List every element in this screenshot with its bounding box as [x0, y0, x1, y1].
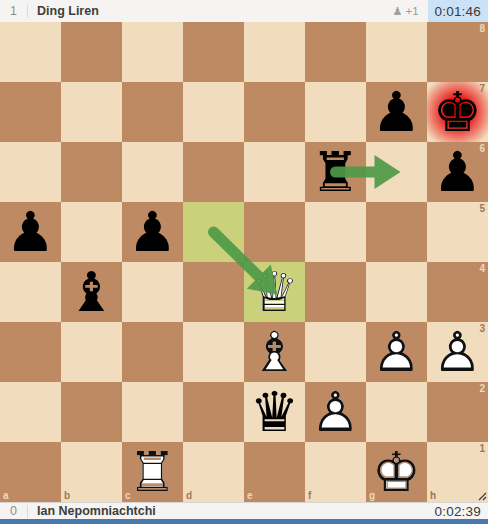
- piece-black-king[interactable]: ♚: [427, 82, 488, 142]
- file-label-f: f: [308, 490, 311, 502]
- top-player-clock: 0:01:46: [428, 0, 488, 22]
- square-d2[interactable]: [183, 382, 244, 442]
- square-b8[interactable]: [61, 22, 122, 82]
- rank-label-2: 2: [479, 383, 485, 395]
- square-h4[interactable]: 4: [427, 262, 488, 322]
- square-d3[interactable]: [183, 322, 244, 382]
- bottom-accent-bar: [0, 519, 488, 524]
- piece-black-pawn[interactable]: ♟: [122, 202, 183, 262]
- piece-white-king[interactable]: ♚♔: [366, 442, 427, 502]
- material-count: +1: [405, 5, 418, 17]
- square-c3[interactable]: [122, 322, 183, 382]
- square-e8[interactable]: [244, 22, 305, 82]
- square-a8[interactable]: [0, 22, 61, 82]
- square-f8[interactable]: [305, 22, 366, 82]
- piece-black-queen[interactable]: ♛: [244, 382, 305, 442]
- square-f2[interactable]: ♟♙: [305, 382, 366, 442]
- square-g1[interactable]: ♚♔g: [366, 442, 427, 502]
- square-b4[interactable]: ♝: [61, 262, 122, 322]
- square-h6[interactable]: ♟6: [427, 142, 488, 202]
- square-d5[interactable]: [183, 202, 244, 262]
- square-a4[interactable]: [0, 262, 61, 322]
- square-a1[interactable]: a: [0, 442, 61, 502]
- piece-white-pawn[interactable]: ♟♙: [427, 322, 488, 382]
- square-e7[interactable]: [244, 82, 305, 142]
- square-e6[interactable]: [244, 142, 305, 202]
- square-b3[interactable]: [61, 322, 122, 382]
- bottom-divider: [27, 505, 28, 518]
- square-e1[interactable]: e: [244, 442, 305, 502]
- square-f7[interactable]: [305, 82, 366, 142]
- piece-black-pawn[interactable]: ♟: [0, 202, 61, 262]
- file-label-e: e: [247, 490, 253, 502]
- square-e2[interactable]: ♛: [244, 382, 305, 442]
- piece-black-pawn[interactable]: ♟: [427, 142, 488, 202]
- square-c6[interactable]: [122, 142, 183, 202]
- board-grid: 8♟♚7♜♟6♟♟5♝♛♕4♝♗♟♙♟♙3♛♟♙2ab♜♖cdef♚♔gh1: [0, 22, 488, 502]
- rank-label-5: 5: [479, 203, 485, 215]
- square-b5[interactable]: [61, 202, 122, 262]
- square-a7[interactable]: [0, 82, 61, 142]
- top-player-name: Ding Liren: [37, 4, 99, 18]
- square-d6[interactable]: [183, 142, 244, 202]
- piece-white-rook[interactable]: ♜♖: [122, 442, 183, 502]
- square-g2[interactable]: [366, 382, 427, 442]
- rank-label-1: 1: [479, 443, 485, 455]
- chess-broadcast-window: 1 Ding Liren ♟ +1 0:01:46 8♟♚7♜♟6♟♟5♝♛♕4…: [0, 0, 488, 524]
- chess-board[interactable]: 8♟♚7♜♟6♟♟5♝♛♕4♝♗♟♙♟♙3♛♟♙2ab♜♖cdef♚♔gh1: [0, 22, 488, 502]
- bottom-player-clock: 0:02:39: [428, 504, 488, 519]
- pawn-icon: ♟: [393, 6, 403, 17]
- square-c7[interactable]: [122, 82, 183, 142]
- square-e3[interactable]: ♝♗: [244, 322, 305, 382]
- square-f6[interactable]: ♜: [305, 142, 366, 202]
- square-h2[interactable]: 2: [427, 382, 488, 442]
- square-f4[interactable]: [305, 262, 366, 322]
- rank-label-4: 4: [479, 263, 485, 275]
- square-h3[interactable]: ♟♙3: [427, 322, 488, 382]
- square-g7[interactable]: ♟: [366, 82, 427, 142]
- square-b1[interactable]: b: [61, 442, 122, 502]
- square-c5[interactable]: ♟: [122, 202, 183, 262]
- square-a6[interactable]: [0, 142, 61, 202]
- rank-label-8: 8: [479, 23, 485, 35]
- top-player-bar: 1 Ding Liren ♟ +1 0:01:46: [0, 0, 488, 22]
- square-c2[interactable]: [122, 382, 183, 442]
- board-resize-handle[interactable]: [476, 490, 487, 501]
- square-g8[interactable]: [366, 22, 427, 82]
- file-label-d: d: [186, 490, 192, 502]
- square-a2[interactable]: [0, 382, 61, 442]
- piece-black-pawn[interactable]: ♟: [366, 82, 427, 142]
- square-g6[interactable]: [366, 142, 427, 202]
- top-divider: [27, 5, 28, 18]
- square-e5[interactable]: [244, 202, 305, 262]
- top-player-score: 1: [0, 4, 27, 18]
- square-d7[interactable]: [183, 82, 244, 142]
- piece-white-queen[interactable]: ♛♕: [244, 262, 305, 322]
- square-c1[interactable]: ♜♖c: [122, 442, 183, 502]
- square-b6[interactable]: [61, 142, 122, 202]
- square-a5[interactable]: ♟: [0, 202, 61, 262]
- square-h7[interactable]: ♚7: [427, 82, 488, 142]
- square-c4[interactable]: [122, 262, 183, 322]
- square-f1[interactable]: f: [305, 442, 366, 502]
- bottom-player-name: Ian Nepomniachtchi: [37, 504, 156, 518]
- square-f5[interactable]: [305, 202, 366, 262]
- square-h5[interactable]: 5: [427, 202, 488, 262]
- piece-white-pawn[interactable]: ♟♙: [305, 382, 366, 442]
- file-label-h: h: [430, 490, 436, 502]
- square-e4[interactable]: ♛♕: [244, 262, 305, 322]
- square-g5[interactable]: [366, 202, 427, 262]
- square-g4[interactable]: [366, 262, 427, 322]
- bottom-player-bar: 0 Ian Nepomniachtchi 0:02:39: [0, 502, 488, 519]
- square-f3[interactable]: [305, 322, 366, 382]
- piece-black-bishop[interactable]: ♝: [61, 262, 122, 322]
- file-label-b: b: [64, 490, 70, 502]
- square-d8[interactable]: [183, 22, 244, 82]
- piece-black-rook[interactable]: ♜: [305, 142, 366, 202]
- bottom-player-score: 0: [0, 504, 27, 518]
- top-material-advantage: ♟ +1: [393, 5, 419, 17]
- square-g3[interactable]: ♟♙: [366, 322, 427, 382]
- square-b7[interactable]: [61, 82, 122, 142]
- square-d4[interactable]: [183, 262, 244, 322]
- square-a3[interactable]: [0, 322, 61, 382]
- square-b2[interactable]: [61, 382, 122, 442]
- square-d1[interactable]: d: [183, 442, 244, 502]
- square-h8[interactable]: 8: [427, 22, 488, 82]
- square-c8[interactable]: [122, 22, 183, 82]
- piece-white-pawn[interactable]: ♟♙: [366, 322, 427, 382]
- file-label-a: a: [3, 490, 9, 502]
- piece-white-bishop[interactable]: ♝♗: [244, 322, 305, 382]
